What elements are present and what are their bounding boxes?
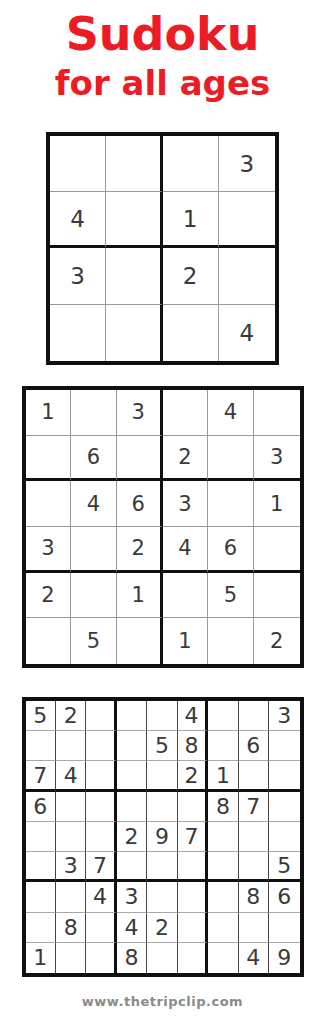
cell-r5c1[interactable]: 2 <box>26 573 72 619</box>
cell-r9c9[interactable]: 9 <box>269 943 299 973</box>
cell-r8c7[interactable] <box>208 913 238 943</box>
cell-r9c1[interactable]: 1 <box>26 943 56 973</box>
cell-r6c1[interactable] <box>26 618 72 664</box>
cell-r3c8[interactable] <box>239 761 269 791</box>
cell-r2c1[interactable] <box>26 436 72 482</box>
cell-r3c3[interactable]: 6 <box>117 481 163 527</box>
cell-r9c4[interactable]: 8 <box>117 943 147 973</box>
cell-r7c2[interactable] <box>56 882 86 912</box>
cell-r5c8[interactable] <box>239 822 269 852</box>
cell-r7c5[interactable] <box>147 882 177 912</box>
cell-r4c5[interactable] <box>147 792 177 822</box>
cell-r9c2[interactable] <box>56 943 86 973</box>
cell-r8c3[interactable] <box>86 913 116 943</box>
cell-r5c4[interactable] <box>163 573 209 619</box>
cell-r6c9[interactable]: 5 <box>269 852 299 882</box>
footer-url: www.thetripclip.com <box>0 994 325 1009</box>
sudoku-grid-6x6: 13462346313246215512 <box>22 386 304 668</box>
cell-r2c1[interactable] <box>26 731 56 761</box>
cell-r6c1[interactable] <box>26 852 56 882</box>
cell-r4c5[interactable]: 6 <box>208 527 254 573</box>
cell-r4c1[interactable]: 3 <box>26 527 72 573</box>
cell-r6c2[interactable]: 5 <box>71 618 117 664</box>
cell-r3c4[interactable]: 3 <box>163 481 209 527</box>
cell-r2c4[interactable] <box>219 192 275 248</box>
cell-r4c2[interactable] <box>106 305 162 361</box>
cell-r4c1[interactable]: 6 <box>26 792 56 822</box>
cell-r3c7[interactable]: 1 <box>208 761 238 791</box>
cell-r5c7[interactable] <box>208 822 238 852</box>
page-title: Sudoku <box>0 10 325 58</box>
cell-r3c1[interactable]: 7 <box>26 761 56 791</box>
cell-r4c3[interactable]: 2 <box>117 527 163 573</box>
cell-r7c3[interactable]: 4 <box>86 882 116 912</box>
cell-r2c7[interactable] <box>208 731 238 761</box>
cell-r7c8[interactable]: 8 <box>239 882 269 912</box>
cell-r1c1[interactable] <box>50 136 106 192</box>
cell-r2c1[interactable]: 4 <box>50 192 106 248</box>
cell-r5c5[interactable]: 9 <box>147 822 177 852</box>
cell-r3c1[interactable]: 3 <box>50 248 106 304</box>
cell-r8c1[interactable] <box>26 913 56 943</box>
cell-r6c6[interactable] <box>178 852 208 882</box>
cell-r5c3[interactable]: 1 <box>117 573 163 619</box>
page-subtitle: for all ages <box>0 66 325 102</box>
cell-r1c6[interactable] <box>254 390 300 436</box>
cell-r6c3[interactable] <box>117 618 163 664</box>
cell-r6c3[interactable]: 7 <box>86 852 116 882</box>
cell-r3c6[interactable]: 2 <box>178 761 208 791</box>
sudoku-grid-4x4: 341324 <box>46 132 279 365</box>
cell-r1c5[interactable] <box>147 701 177 731</box>
cell-r7c4[interactable]: 3 <box>117 882 147 912</box>
cell-r3c5[interactable] <box>208 481 254 527</box>
cell-r1c4[interactable] <box>163 390 209 436</box>
cell-r1c5[interactable]: 4 <box>208 390 254 436</box>
cell-r4c3[interactable] <box>163 305 219 361</box>
cell-r5c9[interactable] <box>269 822 299 852</box>
cell-r3c6[interactable]: 1 <box>254 481 300 527</box>
cell-r6c5[interactable] <box>208 618 254 664</box>
cell-r3c2[interactable]: 4 <box>56 761 86 791</box>
cell-r7c1[interactable] <box>26 882 56 912</box>
cell-r5c2[interactable] <box>71 573 117 619</box>
cell-r5c3[interactable] <box>86 822 116 852</box>
cell-r3c1[interactable] <box>26 481 72 527</box>
cell-r2c4[interactable] <box>117 731 147 761</box>
cell-r4c6[interactable] <box>254 527 300 573</box>
cell-r4c4[interactable]: 4 <box>219 305 275 361</box>
cell-r4c6[interactable] <box>178 792 208 822</box>
cell-r3c3[interactable] <box>86 761 116 791</box>
cell-r8c8[interactable] <box>239 913 269 943</box>
cell-r2c8[interactable]: 6 <box>239 731 269 761</box>
cell-r1c9[interactable]: 3 <box>269 701 299 731</box>
cell-r6c4[interactable] <box>117 852 147 882</box>
cell-r8c4[interactable]: 4 <box>117 913 147 943</box>
cell-r3c2[interactable]: 4 <box>71 481 117 527</box>
cell-r1c3[interactable] <box>163 136 219 192</box>
cell-r7c6[interactable] <box>178 882 208 912</box>
cell-r2c5[interactable] <box>208 436 254 482</box>
cell-r8c6[interactable] <box>178 913 208 943</box>
cell-r3c9[interactable] <box>269 761 299 791</box>
cell-r3c4[interactable] <box>219 248 275 304</box>
cell-r5c1[interactable] <box>26 822 56 852</box>
cell-r4c9[interactable] <box>269 792 299 822</box>
cell-r6c6[interactable]: 2 <box>254 618 300 664</box>
cell-r8c2[interactable]: 8 <box>56 913 86 943</box>
cell-r3c4[interactable] <box>117 761 147 791</box>
cell-r5c6[interactable]: 7 <box>178 822 208 852</box>
cell-r5c6[interactable] <box>254 573 300 619</box>
cell-r7c7[interactable] <box>208 882 238 912</box>
cell-r5c5[interactable]: 5 <box>208 573 254 619</box>
sudoku-grid-9x9: 5243586742168729737543868421849 <box>22 697 304 977</box>
cell-r1c7[interactable] <box>208 701 238 731</box>
cell-r8c9[interactable] <box>269 913 299 943</box>
cell-r2c3[interactable] <box>86 731 116 761</box>
cell-r1c4[interactable]: 3 <box>219 136 275 192</box>
cell-r4c4[interactable]: 4 <box>163 527 209 573</box>
cell-r4c4[interactable] <box>117 792 147 822</box>
cell-r3c2[interactable] <box>106 248 162 304</box>
cell-r6c8[interactable] <box>239 852 269 882</box>
cell-r9c7[interactable] <box>208 943 238 973</box>
cell-r2c6[interactable]: 8 <box>178 731 208 761</box>
cell-r1c6[interactable]: 4 <box>178 701 208 731</box>
cell-r2c2[interactable] <box>106 192 162 248</box>
cell-r1c3[interactable] <box>86 701 116 731</box>
cell-r2c3[interactable] <box>117 436 163 482</box>
cell-r2c2[interactable] <box>56 731 86 761</box>
cell-r2c9[interactable] <box>269 731 299 761</box>
cell-r5c4[interactable]: 2 <box>117 822 147 852</box>
cell-r9c8[interactable]: 4 <box>239 943 269 973</box>
cell-r4c2[interactable] <box>56 792 86 822</box>
cell-r2c2[interactable]: 6 <box>71 436 117 482</box>
cell-r3c3[interactable]: 2 <box>163 248 219 304</box>
cell-r2c3[interactable]: 1 <box>163 192 219 248</box>
cell-r7c9[interactable]: 6 <box>269 882 299 912</box>
cell-r1c2[interactable] <box>106 136 162 192</box>
cell-r1c8[interactable] <box>239 701 269 731</box>
cell-r2c4[interactable]: 2 <box>163 436 209 482</box>
cell-r4c7[interactable]: 8 <box>208 792 238 822</box>
cell-r9c6[interactable] <box>178 943 208 973</box>
cell-r4c3[interactable] <box>86 792 116 822</box>
cell-r4c8[interactable]: 7 <box>239 792 269 822</box>
cell-r8c5[interactable]: 2 <box>147 913 177 943</box>
cell-r1c3[interactable]: 3 <box>117 390 163 436</box>
cell-r6c4[interactable]: 1 <box>163 618 209 664</box>
cell-r1c2[interactable] <box>71 390 117 436</box>
cell-r6c7[interactable] <box>208 852 238 882</box>
cell-r5c2[interactable] <box>56 822 86 852</box>
cell-r9c3[interactable] <box>86 943 116 973</box>
cell-r1c4[interactable] <box>117 701 147 731</box>
cell-r3c5[interactable] <box>147 761 177 791</box>
cell-r9c5[interactable] <box>147 943 177 973</box>
cell-r4c2[interactable] <box>71 527 117 573</box>
cell-r6c5[interactable] <box>147 852 177 882</box>
cell-r2c6[interactable]: 3 <box>254 436 300 482</box>
cell-r2c5[interactable]: 5 <box>147 731 177 761</box>
cell-r4c1[interactable] <box>50 305 106 361</box>
cell-r1c1[interactable]: 5 <box>26 701 56 731</box>
cell-r6c2[interactable]: 3 <box>56 852 86 882</box>
cell-r1c1[interactable]: 1 <box>26 390 72 436</box>
cell-r1c2[interactable]: 2 <box>56 701 86 731</box>
